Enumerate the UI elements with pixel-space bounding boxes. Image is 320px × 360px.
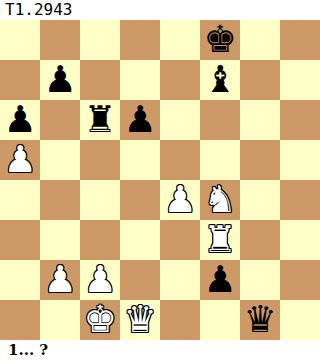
square-d5[interactable] [120,140,160,180]
square-a7[interactable] [0,60,40,100]
square-h8[interactable] [280,20,320,60]
square-d4[interactable] [120,180,160,220]
square-b7[interactable]: ♟ [40,60,80,100]
square-c2[interactable]: ♟ [80,260,120,300]
square-e8[interactable] [160,20,200,60]
black-king: ♚ [203,20,236,60]
square-a1[interactable] [0,300,40,340]
move-prompt: 1... ? [0,340,320,360]
chess-board: ♚♟♝♟♜♟♟♟♞♜♟♟♟♚♛♛ [0,20,320,340]
square-f3[interactable]: ♜ [200,220,240,260]
black-pawn: ♟ [3,100,36,140]
square-a5[interactable]: ♟ [0,140,40,180]
square-e7[interactable] [160,60,200,100]
square-b2[interactable]: ♟ [40,260,80,300]
black-pawn: ♟ [203,260,236,300]
square-g1[interactable]: ♛ [240,300,280,340]
square-b5[interactable] [40,140,80,180]
square-d7[interactable] [120,60,160,100]
square-b6[interactable] [40,100,80,140]
square-c8[interactable] [80,20,120,60]
square-a4[interactable] [0,180,40,220]
square-h4[interactable] [280,180,320,220]
square-e3[interactable] [160,220,200,260]
square-f5[interactable] [200,140,240,180]
square-h6[interactable] [280,100,320,140]
square-e4[interactable]: ♟ [160,180,200,220]
square-c5[interactable] [80,140,120,180]
square-d2[interactable] [120,260,160,300]
square-e5[interactable] [160,140,200,180]
white-knight: ♞ [203,180,236,220]
square-a3[interactable] [0,220,40,260]
square-a8[interactable] [0,20,40,60]
puzzle-title: T1.2943 [0,0,320,20]
white-pawn: ♟ [43,260,76,300]
square-d3[interactable] [120,220,160,260]
square-c6[interactable]: ♜ [80,100,120,140]
square-g3[interactable] [240,220,280,260]
square-f8[interactable]: ♚ [200,20,240,60]
square-e6[interactable] [160,100,200,140]
square-f6[interactable] [200,100,240,140]
square-g8[interactable] [240,20,280,60]
square-c3[interactable] [80,220,120,260]
square-b4[interactable] [40,180,80,220]
square-f2[interactable]: ♟ [200,260,240,300]
square-a6[interactable]: ♟ [0,100,40,140]
white-rook: ♜ [203,220,236,260]
square-h5[interactable] [280,140,320,180]
square-h2[interactable] [280,260,320,300]
square-e1[interactable] [160,300,200,340]
square-d6[interactable]: ♟ [120,100,160,140]
square-d1[interactable]: ♛ [120,300,160,340]
square-b3[interactable] [40,220,80,260]
square-g7[interactable] [240,60,280,100]
square-f4[interactable]: ♞ [200,180,240,220]
square-b1[interactable] [40,300,80,340]
white-pawn: ♟ [3,140,36,180]
black-pawn: ♟ [123,100,156,140]
square-f1[interactable] [200,300,240,340]
square-f7[interactable]: ♝ [200,60,240,100]
white-pawn: ♟ [163,180,196,220]
square-e2[interactable] [160,260,200,300]
square-g4[interactable] [240,180,280,220]
white-king: ♚ [83,300,116,340]
square-c4[interactable] [80,180,120,220]
puzzle-page: T1.2943 ♚♟♝♟♜♟♟♟♞♜♟♟♟♚♛♛ 1... ? [0,0,320,360]
square-c7[interactable] [80,60,120,100]
square-h3[interactable] [280,220,320,260]
black-pawn: ♟ [43,60,76,100]
square-h1[interactable] [280,300,320,340]
square-b8[interactable] [40,20,80,60]
black-bishop: ♝ [203,60,236,100]
black-rook: ♜ [83,100,116,140]
white-pawn: ♟ [83,260,116,300]
black-queen: ♛ [243,300,276,340]
square-g6[interactable] [240,100,280,140]
square-a2[interactable] [0,260,40,300]
white-queen: ♛ [123,300,156,340]
square-g5[interactable] [240,140,280,180]
square-h7[interactable] [280,60,320,100]
square-d8[interactable] [120,20,160,60]
square-g2[interactable] [240,260,280,300]
square-c1[interactable]: ♚ [80,300,120,340]
